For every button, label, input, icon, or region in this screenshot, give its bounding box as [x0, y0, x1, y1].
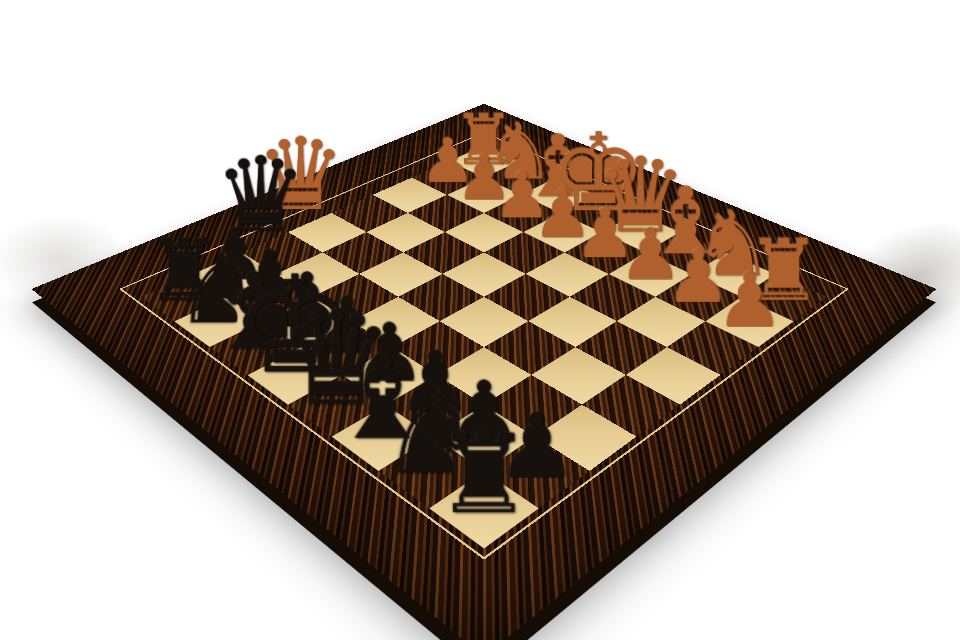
chess-board-3d: ♜♞♝♛♚♝♞♜♟♟♟♟♟♟♟♟♟♟♟♟♟♟♟♟♜♞♝♛♚♝♞♜ ♛ ♛: [31, 104, 936, 640]
square-a8: ♜: [429, 471, 539, 548]
white-pawn-glyph: ♟: [666, 263, 833, 338]
tiger-ebony-frame: ♜♞♝♛♚♝♞♜♟♟♟♟♟♟♟♟♟♟♟♟♟♟♟♟♜♞♝♛♚♝♞♜ ♛ ♛: [31, 104, 936, 640]
product-photo-stage: ♜♞♝♛♚♝♞♜♟♟♟♟♟♟♟♟♟♟♟♟♟♟♟♟♜♞♝♛♚♝♞♜ ♛ ♛: [0, 0, 960, 640]
black-rook-glyph: ♜: [381, 420, 588, 529]
perspective-scene: ♜♞♝♛♚♝♞♜♟♟♟♟♟♟♟♟♟♟♟♟♟♟♟♟♜♞♝♛♚♝♞♜ ♛ ♛: [0, 0, 960, 640]
